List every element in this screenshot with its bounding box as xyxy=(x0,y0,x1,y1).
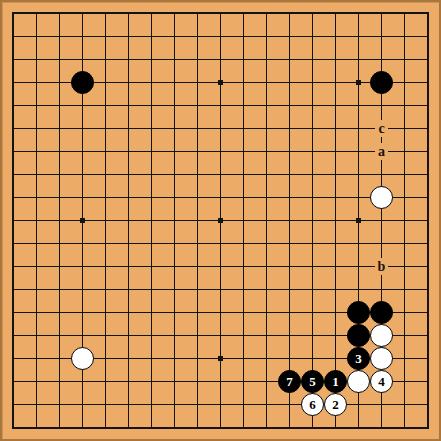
black-stone-16-14[interactable] xyxy=(347,301,370,324)
star-point-4-10 xyxy=(80,218,85,223)
black-stone-4-4[interactable] xyxy=(71,71,94,94)
black-stone-15-17-move-1[interactable]: 1 xyxy=(324,370,347,393)
white-stone-17-9[interactable] xyxy=(370,186,393,209)
point-label-c[interactable]: c xyxy=(375,120,388,137)
white-stone-17-17-move-4[interactable]: 4 xyxy=(370,370,393,393)
black-stone-14-17-move-5[interactable]: 5 xyxy=(301,370,324,393)
star-point-10-4 xyxy=(218,80,223,85)
black-stone-17-14[interactable] xyxy=(370,301,393,324)
star-point-10-16 xyxy=(218,356,223,361)
star-point-16-10 xyxy=(356,218,361,223)
board-intersections: cab3751462 xyxy=(2,2,439,439)
point-label-a[interactable]: a xyxy=(375,143,388,160)
black-stone-16-16-move-3[interactable]: 3 xyxy=(347,347,370,370)
point-label-b[interactable]: b xyxy=(375,258,388,275)
white-stone-15-18-move-2[interactable]: 2 xyxy=(324,393,347,416)
go-board: cab3751462 xyxy=(0,0,441,441)
star-point-16-4 xyxy=(356,80,361,85)
black-stone-17-4[interactable] xyxy=(370,71,393,94)
white-stone-17-15[interactable] xyxy=(370,324,393,347)
white-stone-4-16[interactable] xyxy=(71,347,94,370)
white-stone-14-18-move-6[interactable]: 6 xyxy=(301,393,324,416)
black-stone-13-17-move-7[interactable]: 7 xyxy=(278,370,301,393)
star-point-10-10 xyxy=(218,218,223,223)
white-stone-17-16[interactable] xyxy=(370,347,393,370)
white-stone-16-17[interactable] xyxy=(347,370,370,393)
black-stone-16-15[interactable] xyxy=(347,324,370,347)
